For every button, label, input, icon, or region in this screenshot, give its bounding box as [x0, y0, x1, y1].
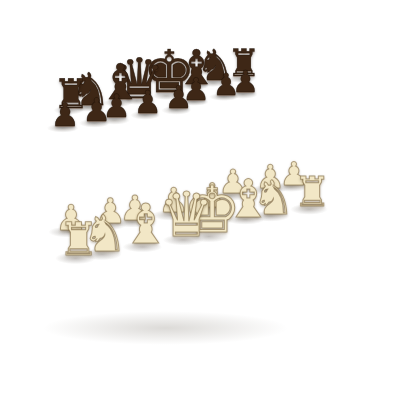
piece-white-rook-h1[interactable]: ♜: [294, 172, 331, 213]
piece-white-bishop-c1[interactable]: ♝: [121, 197, 171, 252]
piece-black-pawn-b7[interactable]: ♟: [82, 94, 111, 126]
piece-black-pawn-a7[interactable]: ♟: [51, 99, 80, 132]
piece-black-pawn-e7[interactable]: ♟: [165, 82, 193, 113]
chess-set-photo: 88AA77BB66CC55DD44EE33FF22GG11HH ♜♞♝♛♚♝♞…: [0, 0, 400, 400]
pieces-layer: ♜♞♝♛♚♝♞♜♟♟♟♟♟♟♟♟♟♟♟♟♟♟♟♟♜♞♝♛♚♝♞♜: [0, 0, 400, 400]
piece-black-pawn-g7[interactable]: ♟: [212, 70, 239, 100]
piece-black-pawn-d7[interactable]: ♟: [134, 87, 162, 119]
piece-white-rook-a1[interactable]: ♜: [58, 217, 99, 262]
